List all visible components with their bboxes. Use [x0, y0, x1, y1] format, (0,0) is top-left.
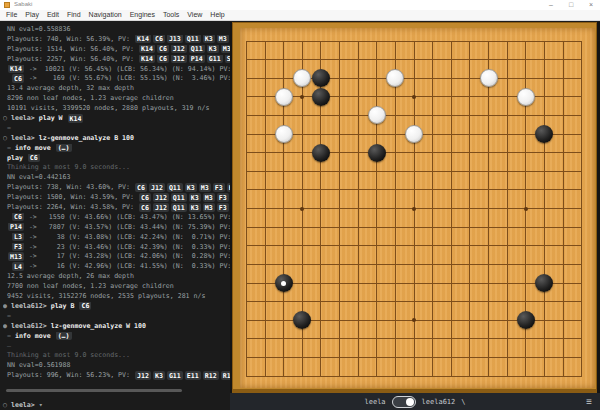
- menu-edit[interactable]: Edit: [43, 10, 63, 20]
- grid-line: [488, 41, 489, 377]
- move-badge: K14: [8, 65, 24, 74]
- console-line: Playouts: 1514, Win: 56.40%, PV: K14C6J1…: [3, 45, 230, 55]
- menu-tools[interactable]: Tools: [159, 10, 183, 20]
- move-badge: M3: [203, 203, 215, 212]
- grid-line: [246, 264, 582, 265]
- black-stone-c6[interactable]: [275, 274, 293, 292]
- maximize-button[interactable]: □: [566, 0, 576, 10]
- console-text: lz-genmove_analyze B 100: [35, 134, 134, 142]
- console-line: 12.5 average depth, 26 max depth: [3, 272, 230, 282]
- star-point: [412, 207, 416, 211]
- move-badge: (…): [56, 332, 72, 341]
- console-text: -> 1550 (V: 43.66%) (LCB: 43.47%) (N: 13…: [25, 213, 230, 221]
- move-badge: K3: [189, 193, 201, 202]
- move-badge: Q11: [171, 193, 187, 202]
- console-text: ○: [3, 134, 11, 142]
- console-text: ○: [3, 114, 11, 122]
- hamburger-menu-icon[interactable]: ≡: [586, 396, 592, 407]
- move-badge: R16: [221, 371, 230, 380]
- console-line: K14 -> 10021 (V: 56.45%) (LCB: 56.34%) (…: [3, 65, 230, 75]
- console-line: –: [3, 342, 230, 352]
- black-stone-h13[interactable]: [368, 144, 386, 162]
- move-badge: C6: [28, 154, 40, 163]
- menu-engines[interactable]: Engines: [126, 10, 159, 20]
- console-text: leela612>: [11, 302, 47, 310]
- move-badge: K14: [68, 114, 84, 123]
- move-badge: C6: [153, 35, 165, 44]
- move-badge: M3: [199, 183, 211, 192]
- move-badge: F3: [217, 203, 229, 212]
- engine-name-left: leela: [364, 398, 385, 406]
- move-badge: K14: [139, 45, 155, 54]
- console-text: ●: [3, 322, 11, 330]
- console-text: Playouts: 1500, Win: 43.59%, PV:: [3, 193, 138, 201]
- menu-file[interactable]: File: [2, 10, 21, 20]
- console-text: -> 23 (V: 43.46%) (LCB: 42.39%) (N: 0.33…: [25, 243, 230, 251]
- console-line: Playouts: 996, Win: 56.23%, PV: J12K3G11…: [3, 371, 230, 381]
- console-line: ● leela612> play B C6: [3, 302, 230, 312]
- move-badge: G11: [207, 55, 223, 64]
- console-line: C6 -> 169 (V: 55.67%) (LCB: 55.15%) (N: …: [3, 74, 230, 84]
- console-line: L3 -> 38 (V: 43.08%) (LCB: 42.24%) (N: 0…: [3, 233, 230, 243]
- go-board[interactable]: [230, 22, 600, 393]
- title-bar: Sabaki –□×: [0, 0, 600, 10]
- console-line: ● leela612> lz-genmove_analyze W 100: [3, 322, 230, 332]
- star-point: [524, 207, 528, 211]
- console-text: 9452 visits, 3152276 nodes, 2535 playout…: [3, 292, 205, 300]
- console-text: -> 7807 (V: 43.57%) (LCB: 43.44%) (N: 75…: [25, 223, 230, 231]
- move-badge: C6: [79, 302, 91, 311]
- console-text: -> 10021 (V: 56.45%) (LCB: 56.34%) (N: 9…: [25, 65, 230, 73]
- move-badge: C6: [157, 45, 169, 54]
- white-stone-o17[interactable]: [480, 69, 498, 87]
- move-badge: M3: [217, 35, 229, 44]
- move-badge: K3: [203, 35, 215, 44]
- move-badge: J12: [153, 203, 169, 212]
- console-text: Playouts: 2264, Win: 43.58%, PV:: [3, 203, 138, 211]
- console-line: 13.4 average depth, 32 max depth: [3, 84, 230, 94]
- move-badge: Q11: [167, 183, 183, 192]
- move-badge: K3: [185, 183, 197, 192]
- move-badge: G11: [167, 371, 183, 380]
- console-text: NN eval=0.561988: [3, 361, 71, 369]
- move-badge: K14: [135, 35, 151, 44]
- console-text: 10191 visits, 3399520 nodes, 2880 playou…: [3, 104, 209, 112]
- console-text: -> 169 (V: 55.67%) (LCB: 55.15%) (N: 3.4…: [25, 74, 230, 82]
- console-text: NN eval=0.442163: [3, 173, 71, 181]
- move-badge: J13: [167, 35, 183, 44]
- menu-play[interactable]: Play: [21, 10, 43, 20]
- console-line: Playouts: 2264, Win: 43.58%, PV: C6J12Q1…: [3, 203, 230, 213]
- console-text: [3, 252, 7, 260]
- console-line: Thinking at most 9.0 seconds...: [3, 163, 230, 173]
- console-line: NN eval=0.558836: [3, 25, 230, 35]
- grid-line: [246, 357, 582, 358]
- console-text: ●: [3, 302, 11, 310]
- console-text: -> 16 (V: 42.96%) (LCB: 41.55%) (N: 0.33…: [25, 262, 230, 270]
- grid-line: [246, 301, 582, 302]
- thinking-spinner-icon: \: [461, 398, 465, 406]
- grid-line: [246, 376, 582, 377]
- console-line: ○ leela> play W K14: [3, 114, 230, 124]
- console-line: Playouts: 2257, Win: 56.40%, PV: K14C6J1…: [3, 55, 230, 65]
- console-line: play C6: [3, 154, 230, 164]
- move-badge: K3: [189, 203, 201, 212]
- menu-navigation[interactable]: Navigation: [85, 10, 126, 20]
- engine-bullet-icon: ○: [3, 401, 11, 409]
- move-badge: K14: [139, 55, 155, 64]
- console-text: info move: [15, 332, 55, 340]
- console-text: play B: [47, 302, 79, 310]
- console-text: Thinking at most 9.0 seconds...: [3, 351, 130, 359]
- move-badge: (…): [56, 144, 72, 153]
- console-input[interactable]: ○ leela> ▾: [3, 399, 43, 410]
- grid-line: [544, 41, 545, 377]
- console-text: Playouts: 2257, Win: 56.40%, PV:: [3, 55, 138, 63]
- grid-line: [246, 227, 582, 228]
- console-line: 10191 visits, 3399520 nodes, 2880 playou…: [3, 104, 230, 114]
- menu-find[interactable]: Find: [63, 10, 85, 20]
- move-badge: J12: [171, 45, 187, 54]
- move-badge: L4: [12, 262, 24, 271]
- black-stone-e16[interactable]: [312, 88, 330, 106]
- white-stone-c16[interactable]: [275, 88, 293, 106]
- menu-help[interactable]: Help: [206, 10, 228, 20]
- console-text: lz-genmove_analyze W 100: [47, 322, 146, 330]
- console-line: ○ leela> lz-genmove_analyze B 100: [3, 134, 230, 144]
- move-badge: F3: [217, 193, 229, 202]
- console-text: info move: [15, 144, 55, 152]
- console-text: leela>: [11, 114, 35, 122]
- grid-line: [432, 41, 433, 377]
- engine-name-right: leela612: [422, 398, 456, 406]
- move-badge: Q11: [185, 35, 201, 44]
- console-line: M13 -> 17 (V: 43.28%) (LCB: 42.06%) (N: …: [3, 252, 230, 262]
- console-text: [3, 243, 11, 251]
- console-line: 9452 visits, 3152276 nodes, 2535 playout…: [3, 292, 230, 302]
- console-text: 12.5 average depth, 26 max depth: [3, 272, 134, 280]
- console-line: F3 -> 23 (V: 43.46%) (LCB: 42.39%) (N: 0…: [3, 243, 230, 253]
- move-badge: F3: [213, 183, 225, 192]
- console-text: leela612>: [11, 322, 47, 330]
- toggle-knob: [406, 398, 414, 406]
- horizontal-scrollbar[interactable]: [6, 389, 182, 392]
- console-text: NN eval=0.558836: [3, 25, 71, 33]
- move-badge: L3: [12, 233, 24, 242]
- console-line: =: [3, 124, 230, 134]
- console-output: NN eval=0.558836 Playouts: 740, Win: 56.…: [3, 25, 230, 381]
- console-line: = info move (…): [3, 332, 230, 342]
- menu-bar: FilePlayEditFindNavigationEnginesToolsVi…: [0, 10, 600, 21]
- last-move-marker: [281, 281, 286, 286]
- grid-line: [507, 41, 508, 377]
- menu-view[interactable]: View: [183, 10, 206, 20]
- console-line: L4 -> 16 (V: 42.96%) (LCB: 41.55%) (N: 0…: [3, 262, 230, 272]
- console-text: =: [3, 332, 15, 340]
- console-prompt: leela>: [11, 401, 35, 409]
- minimize-button[interactable]: –: [546, 0, 556, 10]
- window-title: Sabaki: [14, 1, 32, 7]
- console-line: NN eval=0.561988: [3, 361, 230, 371]
- move-badge: K3: [207, 45, 219, 54]
- console-line: 7700 non leaf nodes, 1.23 average childr…: [3, 282, 230, 292]
- move-badge: J12: [135, 371, 151, 380]
- black-stone-q4[interactable]: [517, 311, 535, 329]
- console-text: [3, 233, 11, 241]
- console-text: -> 38 (V: 43.08%) (LCB: 42.24%) (N: 0.71…: [25, 233, 230, 241]
- grid-line: [469, 41, 470, 377]
- console-text: =: [3, 124, 11, 132]
- star-point: [412, 95, 416, 99]
- console-text: Playouts: 740, Win: 56.39%, PV:: [3, 35, 134, 43]
- engine-status-bar: leela leela612 \ ≡: [230, 393, 600, 410]
- console-text: leela>: [11, 134, 35, 142]
- move-badge: Q11: [189, 45, 205, 54]
- move-badge: E11: [185, 371, 201, 380]
- console-text: 7700 non leaf nodes, 1.23 average childr…: [3, 282, 174, 290]
- console-line: = info move (…): [3, 144, 230, 154]
- move-badge: J12: [153, 193, 169, 202]
- move-badge: Q11: [171, 203, 187, 212]
- window-controls: –□×: [546, 0, 596, 10]
- grid-line: [246, 283, 582, 284]
- console-line: P14 -> 7807 (V: 43.57%) (LCB: 43.44%) (N…: [3, 223, 230, 233]
- move-badge: J12: [171, 55, 187, 64]
- console-text: Playouts: 1514, Win: 56.40%, PV:: [3, 45, 138, 53]
- input-caret-icon: ▾: [35, 401, 43, 409]
- console-text: -> 17 (V: 43.28%) (LCB: 42.06%) (N: 0.28…: [25, 252, 230, 260]
- grid-line: [246, 245, 582, 246]
- console-line: Playouts: 1500, Win: 43.59%, PV: C6J12Q1…: [3, 193, 230, 203]
- grid-line: [581, 41, 582, 377]
- console-line: Playouts: 738, Win: 43.60%, PV: C6J12Q11…: [3, 183, 230, 193]
- console-text: Playouts: 996, Win: 56.23%, PV:: [3, 371, 134, 379]
- console-text: [3, 65, 7, 73]
- console-text: Playouts: 738, Win: 43.60%, PV:: [3, 183, 134, 191]
- console-line: =: [3, 312, 230, 322]
- grid-line: [563, 41, 564, 377]
- move-badge: M3: [221, 45, 230, 54]
- move-badge: P14: [189, 55, 205, 64]
- console-text: =: [3, 312, 11, 320]
- sabaki-app-icon: [4, 2, 10, 8]
- console-text: play: [3, 154, 27, 162]
- console-text: =: [3, 144, 15, 152]
- engine-toggle[interactable]: [392, 396, 416, 408]
- console-line: NN eval=0.442163: [3, 173, 230, 183]
- console-text: [3, 74, 11, 82]
- move-badge: C6: [12, 74, 24, 83]
- console-line: Thinking at most 9.0 seconds...: [3, 351, 230, 361]
- move-badge: F3: [12, 243, 24, 252]
- move-badge: P14: [8, 223, 24, 232]
- console-line: 8296 non leaf nodes, 1.23 average childr…: [3, 94, 230, 104]
- console-line: C6 -> 1550 (V: 43.66%) (LCB: 43.47%) (N:…: [3, 213, 230, 223]
- move-badge: C6: [139, 203, 151, 212]
- move-badge: C6: [157, 55, 169, 64]
- console-line: Playouts: 740, Win: 56.39%, PV: K14C6J13…: [3, 35, 230, 45]
- move-badge: J12: [149, 183, 165, 192]
- console-text: 8296 non leaf nodes, 1.23 average childr…: [3, 94, 174, 102]
- console-text: play W: [35, 114, 67, 122]
- white-stone-q16[interactable]: [517, 88, 535, 106]
- move-badge: M3: [203, 193, 215, 202]
- console-text: 13.4 average depth, 32 max depth: [3, 84, 134, 92]
- move-badge: C6: [139, 193, 151, 202]
- sabaki-window: Sabaki –□× FilePlayEditFindNavigationEng…: [0, 0, 600, 410]
- close-button[interactable]: ×: [586, 0, 596, 10]
- console-text: [3, 213, 11, 221]
- black-stone-e13[interactable]: [312, 144, 330, 162]
- grid-line: [246, 338, 582, 339]
- move-badge: M13: [8, 252, 24, 261]
- move-badge: C6: [12, 213, 24, 222]
- move-badge: R12: [203, 371, 219, 380]
- console-text: Thinking at most 9.0 seconds...: [3, 163, 130, 171]
- console-text: [3, 223, 7, 231]
- grid-line: [451, 41, 452, 377]
- console-text: [3, 262, 11, 270]
- console-text: –: [3, 342, 11, 350]
- white-stone-c14[interactable]: [275, 125, 293, 143]
- move-badge: K3: [153, 371, 165, 380]
- gtp-console[interactable]: NN eval=0.558836 Playouts: 740, Win: 56.…: [0, 22, 230, 410]
- move-badge: C6: [135, 183, 147, 192]
